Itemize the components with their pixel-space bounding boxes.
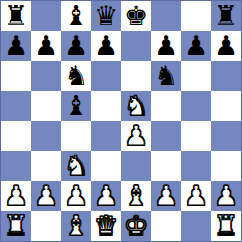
square-d7[interactable]: ♟ <box>91 31 121 61</box>
square-b5[interactable] <box>31 91 61 121</box>
piece-black-pawn[interactable]: ♟ <box>214 31 238 61</box>
square-a5[interactable] <box>1 91 31 121</box>
square-a3[interactable] <box>1 151 31 181</box>
square-e8[interactable]: ♚ <box>121 1 151 31</box>
square-h6[interactable] <box>211 61 241 91</box>
square-e6[interactable] <box>121 61 151 91</box>
piece-black-rook[interactable]: ♜ <box>4 1 28 31</box>
piece-white-rook[interactable]: ♜ <box>214 211 238 241</box>
square-g2[interactable]: ♟ <box>181 181 211 211</box>
square-a2[interactable]: ♟ <box>1 181 31 211</box>
square-a7[interactable]: ♟ <box>1 31 31 61</box>
square-a4[interactable] <box>1 121 31 151</box>
square-f6[interactable]: ♞ <box>151 61 181 91</box>
square-f2[interactable]: ♟ <box>151 181 181 211</box>
square-g3[interactable] <box>181 151 211 181</box>
square-h1[interactable]: ♜ <box>211 211 241 241</box>
square-g1[interactable] <box>181 211 211 241</box>
square-e4[interactable]: ♟ <box>121 121 151 151</box>
square-c8[interactable]: ♝ <box>61 1 91 31</box>
square-h4[interactable] <box>211 121 241 151</box>
piece-white-pawn[interactable]: ♟ <box>154 181 178 211</box>
square-d1[interactable]: ♛ <box>91 211 121 241</box>
square-b7[interactable]: ♟ <box>31 31 61 61</box>
piece-black-knight[interactable]: ♞ <box>64 61 88 91</box>
square-c1[interactable]: ♝ <box>61 211 91 241</box>
piece-white-rook[interactable]: ♜ <box>4 211 28 241</box>
piece-black-king[interactable]: ♚ <box>124 1 148 31</box>
square-f4[interactable] <box>151 121 181 151</box>
square-d4[interactable] <box>91 121 121 151</box>
square-b2[interactable]: ♟ <box>31 181 61 211</box>
piece-white-queen[interactable]: ♛ <box>94 211 118 241</box>
square-e3[interactable] <box>121 151 151 181</box>
piece-white-pawn[interactable]: ♟ <box>124 121 148 151</box>
square-f8[interactable] <box>151 1 181 31</box>
square-b3[interactable] <box>31 151 61 181</box>
piece-black-bishop[interactable]: ♝ <box>64 1 88 31</box>
square-f7[interactable]: ♟ <box>151 31 181 61</box>
square-b6[interactable] <box>31 61 61 91</box>
piece-white-bishop[interactable]: ♝ <box>124 181 148 211</box>
piece-black-rook[interactable]: ♜ <box>214 1 238 31</box>
square-d3[interactable] <box>91 151 121 181</box>
square-g7[interactable]: ♟ <box>181 31 211 61</box>
square-f5[interactable] <box>151 91 181 121</box>
piece-black-knight[interactable]: ♞ <box>154 61 178 91</box>
piece-white-pawn[interactable]: ♟ <box>214 181 238 211</box>
square-h8[interactable]: ♜ <box>211 1 241 31</box>
square-g6[interactable] <box>181 61 211 91</box>
square-e1[interactable]: ♚ <box>121 211 151 241</box>
square-e5[interactable]: ♞ <box>121 91 151 121</box>
square-d6[interactable] <box>91 61 121 91</box>
square-f3[interactable] <box>151 151 181 181</box>
square-c6[interactable]: ♞ <box>61 61 91 91</box>
square-c4[interactable] <box>61 121 91 151</box>
square-c7[interactable]: ♟ <box>61 31 91 61</box>
piece-black-pawn[interactable]: ♟ <box>184 31 208 61</box>
square-d5[interactable] <box>91 91 121 121</box>
piece-white-knight[interactable]: ♞ <box>124 91 148 121</box>
square-b4[interactable] <box>31 121 61 151</box>
piece-black-pawn[interactable]: ♟ <box>94 31 118 61</box>
square-c5[interactable]: ♝ <box>61 91 91 121</box>
square-f1[interactable] <box>151 211 181 241</box>
piece-black-bishop[interactable]: ♝ <box>64 91 88 121</box>
square-e2[interactable]: ♝ <box>121 181 151 211</box>
piece-black-pawn[interactable]: ♟ <box>154 31 178 61</box>
piece-white-pawn[interactable]: ♟ <box>4 181 28 211</box>
square-b8[interactable] <box>31 1 61 31</box>
square-c2[interactable]: ♟ <box>61 181 91 211</box>
piece-white-king[interactable]: ♚ <box>124 211 148 241</box>
square-d2[interactable]: ♟ <box>91 181 121 211</box>
square-a8[interactable]: ♜ <box>1 1 31 31</box>
square-g5[interactable] <box>181 91 211 121</box>
piece-white-pawn[interactable]: ♟ <box>34 181 58 211</box>
piece-white-knight[interactable]: ♞ <box>64 151 88 181</box>
piece-white-pawn[interactable]: ♟ <box>64 181 88 211</box>
piece-black-pawn[interactable]: ♟ <box>64 31 88 61</box>
square-b1[interactable] <box>31 211 61 241</box>
square-h7[interactable]: ♟ <box>211 31 241 61</box>
chess-board: ♜♝♛♚♜♟♟♟♟♟♟♟♞♞♝♞♟♞♟♟♟♟♝♟♟♟♜♝♛♚♜ <box>0 0 242 242</box>
piece-white-pawn[interactable]: ♟ <box>94 181 118 211</box>
square-h3[interactable] <box>211 151 241 181</box>
square-a6[interactable] <box>1 61 31 91</box>
square-a1[interactable]: ♜ <box>1 211 31 241</box>
piece-black-pawn[interactable]: ♟ <box>4 31 28 61</box>
square-d8[interactable]: ♛ <box>91 1 121 31</box>
square-e7[interactable] <box>121 31 151 61</box>
piece-white-bishop[interactable]: ♝ <box>64 211 88 241</box>
square-h2[interactable]: ♟ <box>211 181 241 211</box>
square-g8[interactable] <box>181 1 211 31</box>
square-h5[interactable] <box>211 91 241 121</box>
piece-white-pawn[interactable]: ♟ <box>184 181 208 211</box>
square-g4[interactable] <box>181 121 211 151</box>
square-c3[interactable]: ♞ <box>61 151 91 181</box>
piece-black-queen[interactable]: ♛ <box>94 1 118 31</box>
piece-black-pawn[interactable]: ♟ <box>34 31 58 61</box>
